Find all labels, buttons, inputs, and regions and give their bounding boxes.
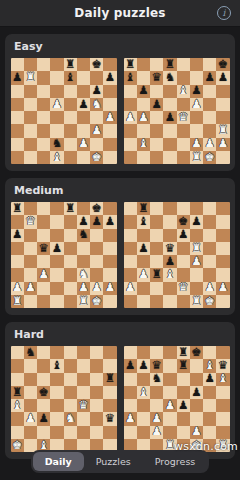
board-square [150,386,163,399]
board-square [64,373,77,386]
board-square: ♟ [203,138,216,151]
board-square [64,124,77,137]
board-square: ♜ [11,202,24,215]
board-square [150,138,163,151]
board-square: ♟ [124,111,137,124]
board-square: ♝ [216,373,229,386]
piece-black-pawn: ♟ [191,386,201,398]
board-square [103,346,116,359]
piece-black-knight: ♞ [165,72,175,84]
board-square [124,295,137,308]
board-square [216,215,229,228]
board-square: ♟ [103,71,116,84]
board-square [77,202,90,215]
piece-white-pawn: ♟ [25,413,35,425]
board-square [203,202,216,215]
chess-board-hard-2[interactable]: ♜♚♟♟♛♜♝♛♞♟♝♝♟♟♟♟♟♟♟♜♚♜ [124,346,230,452]
board-square: ♟ [203,282,216,295]
board-square [64,151,77,164]
board-square [24,151,37,164]
piece-white-bishop: ♝ [218,373,228,385]
board-square: ♝ [163,268,176,281]
info-icon: i [223,9,226,18]
piece-black-rook: ♜ [178,360,188,372]
board-square: ♟ [77,215,90,228]
piece-black-bishop: ♝ [65,72,75,84]
board-square: ♟ [177,229,190,242]
board-square [163,386,176,399]
board-square [37,124,50,137]
piece-white-pawn: ♟ [125,282,135,294]
board-square [11,255,24,268]
board-square [203,98,216,111]
board-square: ♟ [77,282,90,295]
board-square: ♟ [24,412,37,425]
chess-board-medium-2[interactable]: ♜♝♚♟♟♟♛♜♟♟♟♜♝♟♛♟♟♜♚ [124,202,230,308]
board-square [190,124,203,137]
board-square [177,151,190,164]
board-square: ♟ [203,373,216,386]
board-square [163,426,176,439]
board-square: ♟ [190,255,203,268]
board-square [190,373,203,386]
piece-black-knight: ♞ [78,229,88,241]
board-square: ♛ [24,215,37,228]
board-square [163,85,176,98]
board-square: ♜ [124,58,137,71]
board-square [216,98,229,111]
board-square: ♟ [124,412,137,425]
board-square [216,202,229,215]
board-square [190,282,203,295]
board-square [64,229,77,242]
piece-white-bishop: ♝ [138,386,148,398]
board-square [24,85,37,98]
board-square: ♟ [103,111,116,124]
board-square [190,111,203,124]
piece-white-pawn: ♟ [165,399,175,411]
board-square [163,215,176,228]
tab-progress[interactable]: Progress [143,452,208,472]
segmented-control: Daily Puzzles Progress [31,450,210,474]
board-square: ♝ [137,138,150,151]
board-square [24,98,37,111]
piece-black-pawn: ♟ [191,216,201,228]
board-square [103,98,116,111]
board-square [37,229,50,242]
board-square [37,282,50,295]
board-square: ♟ [190,85,203,98]
piece-black-pawn: ♟ [105,216,115,228]
board-square: ♝ [137,215,150,228]
board-square [216,242,229,255]
board-square [77,359,90,372]
piece-black-king: ♚ [218,58,228,70]
board-square [24,386,37,399]
piece-black-rook: ♜ [12,202,22,214]
board-square: ♚ [203,151,216,164]
board-square: ♟ [216,138,229,151]
board-square [124,151,137,164]
tab-puzzles[interactable]: Puzzles [84,452,143,472]
board-square [24,426,37,439]
board-square [163,202,176,215]
piece-white-knight: ♞ [91,98,101,110]
board-square [50,346,63,359]
board-square [24,124,37,137]
piece-black-rook: ♜ [105,373,115,385]
piece-white-pawn: ♟ [204,138,214,150]
board-square [163,412,176,425]
board-square: ♞ [150,373,163,386]
piece-black-rook: ♜ [165,58,175,70]
board-square [64,399,77,412]
board-square [50,399,63,412]
board-square: ♟ [77,98,90,111]
board-square: ♚ [190,346,203,359]
board-square: ♚ [37,386,50,399]
board-square [163,359,176,372]
board-square: ♝ [124,71,137,84]
board-square: ♝ [177,85,190,98]
piece-white-pawn: ♟ [191,255,201,267]
board-square: ♜ [177,359,190,372]
piece-white-rook: ♜ [218,125,228,137]
board-square: ♞ [77,268,90,281]
board-square [203,255,216,268]
board-square [50,412,63,425]
board-square [177,426,190,439]
board-square [103,399,116,412]
board-square: ♛ [77,399,90,412]
board-square [203,426,216,439]
board-square [77,346,90,359]
board-square [216,111,229,124]
board-square [124,399,137,412]
piece-black-rook: ♜ [178,346,188,358]
board-square: ♜ [150,268,163,281]
board-square [103,268,116,281]
board-square: ♟ [11,71,24,84]
piece-white-pawn: ♟ [191,138,201,150]
tab-daily[interactable]: Daily [33,452,84,472]
chess-board-easy-1[interactable]: ♜♚♟♜♝♟♟♟♟♞♟♟♞♟♝♚ [11,58,117,164]
board-square [190,399,203,412]
piece-white-bishop: ♝ [178,85,188,97]
board-square [50,85,63,98]
board-square [24,359,37,372]
board-square [50,386,63,399]
piece-black-pawn: ♟ [178,229,188,241]
board-square [64,346,77,359]
piece-black-bishop: ♝ [138,216,148,228]
board-square [77,111,90,124]
board-square [77,124,90,137]
board-square [11,346,24,359]
board-square [177,242,190,255]
board-square [90,268,103,281]
board-square [64,386,77,399]
piece-white-pawn: ♟ [78,138,88,150]
board-square [137,229,150,242]
board-square: ♞ [24,346,37,359]
board-square [163,229,176,242]
piece-black-pawn: ♟ [138,85,148,97]
piece-black-rook: ♜ [12,386,22,398]
board-square [24,58,37,71]
board-square [103,295,116,308]
board-square [163,282,176,295]
chess-board-easy-2[interactable]: ♜♜♚♝♛♞♟♟♟♝♟♟♟♟♟♟♛♜♝♟♟♟♜♚ [124,58,230,164]
board-square [11,124,24,137]
board-square [216,295,229,308]
board-square [203,58,216,71]
board-square: ♚ [90,295,103,308]
board-square [216,151,229,164]
piece-black-bishop: ♝ [52,360,62,372]
board-square [150,111,163,124]
chess-board-hard-1[interactable]: ♞♝♜♜♚♝♛♟♟♞♛♚♝ [11,346,117,452]
board-square: ♞ [50,138,63,151]
board-square [190,268,203,281]
board-square: ♜ [103,373,116,386]
piece-white-queen: ♛ [178,282,188,294]
board-square [137,282,150,295]
board-square: ♟ [150,98,163,111]
board-square: ♜ [77,295,90,308]
board-square [150,85,163,98]
section-label-hard: Hard [14,328,235,341]
board-square [11,58,24,71]
board-square [103,58,116,71]
board-square [150,346,163,359]
board-square: ♟ [137,111,150,124]
board-square [203,242,216,255]
board-square [124,242,137,255]
board-square: ♟ [90,124,103,137]
piece-white-pawn: ♟ [12,282,22,294]
boards-row-medium: ♜♜♚♛♟♟♟♟♞♛♟♟♞♟♟♟♟♟♜♜♚♜♝♚♟♟♟♛♜♟♟♟♜♝♟♛♟♟♜♚ [5,202,235,308]
piece-black-king: ♚ [91,58,101,70]
piece-white-queen: ♛ [178,111,188,123]
piece-white-pawn: ♟ [151,426,161,438]
board-square [11,98,24,111]
piece-white-pawn: ♟ [25,282,35,294]
board-square [50,71,63,84]
board-square: ♝ [203,359,216,372]
board-square [163,138,176,151]
board-square: ♛ [150,359,163,372]
board-square: ♟ [37,268,50,281]
board-square [11,268,24,281]
board-square [150,229,163,242]
piece-black-queen: ♛ [38,242,48,254]
section-label-medium: Medium [14,184,235,197]
board-square [124,202,137,215]
board-square [64,359,77,372]
board-square [216,386,229,399]
board-square [216,426,229,439]
board-square [150,124,163,137]
piece-white-rook: ♜ [78,295,88,307]
board-square: ♟ [216,71,229,84]
board-square [37,215,50,228]
board-square [203,268,216,281]
board-square [177,412,190,425]
page-title: Daily puzzles [74,6,165,20]
watermark: wsxdn.com [174,440,238,453]
header-bar: Daily puzzles i [0,0,240,27]
board-square [137,151,150,164]
board-square [216,412,229,425]
board-square [11,426,24,439]
piece-black-pawn: ♟ [165,111,175,123]
piece-black-pawn: ♟ [12,72,22,84]
board-square: ♟ [103,282,116,295]
board-square [77,386,90,399]
board-square [90,111,103,124]
board-square [150,215,163,228]
piece-black-pawn: ♟ [138,242,148,254]
board-square [137,98,150,111]
board-square [64,255,77,268]
board-square [150,282,163,295]
board-square: ♝ [11,399,24,412]
board-square [11,151,24,164]
board-square [103,124,116,137]
board-square [103,255,116,268]
board-square [177,71,190,84]
board-square [24,295,37,308]
piece-white-pawn: ♟ [125,413,135,425]
piece-white-queen: ♛ [78,399,88,411]
board-square [37,373,50,386]
piece-white-rook: ♜ [191,151,201,163]
board-square [216,85,229,98]
board-square [137,124,150,137]
board-square [50,58,63,71]
board-square [77,58,90,71]
piece-black-pawn: ♟ [191,85,201,97]
piece-black-king: ♚ [91,202,101,214]
board-square [150,242,163,255]
board-square [77,85,90,98]
board-square: ♝ [137,386,150,399]
board-square: ♚ [216,58,229,71]
piece-white-pawn: ♟ [78,282,88,294]
board-square [124,426,137,439]
bottom-tab-bar: Daily Puzzles Progress [0,450,240,474]
board-square [124,229,137,242]
board-square [11,359,24,372]
board-square: ♟ [50,242,63,255]
board-square [90,138,103,151]
board-square [163,346,176,359]
board-square [37,202,50,215]
board-square [37,98,50,111]
board-square [150,202,163,215]
piece-white-king: ♚ [91,151,101,163]
piece-black-rook: ♜ [65,58,75,70]
boards-row-hard: ♞♝♜♜♚♝♛♟♟♞♛♚♝♜♚♟♟♛♜♝♛♞♟♝♝♟♟♟♟♟♟♟♜♚♜ [5,346,235,452]
piece-black-queen: ♛ [151,72,161,84]
chess-board-medium-1[interactable]: ♜♜♚♛♟♟♟♟♞♛♟♟♞♟♟♟♟♟♜♜♚ [11,202,117,308]
board-square [150,58,163,71]
board-square [124,98,137,111]
board-square [190,229,203,242]
board-square: ♟ [177,399,190,412]
board-square: ♟ [203,71,216,84]
board-square: ♟ [37,412,50,425]
board-square [77,412,90,425]
board-square [64,242,77,255]
board-square [11,215,24,228]
board-square: ♜ [64,202,77,215]
piece-white-pawn: ♟ [52,98,62,110]
board-square [216,229,229,242]
board-square [50,202,63,215]
board-square: ♚ [90,202,103,215]
board-square [24,111,37,124]
board-square [50,124,63,137]
board-square [24,229,37,242]
board-square [37,426,50,439]
piece-white-bishop: ♝ [204,360,214,372]
board-square [163,98,176,111]
board-square [77,255,90,268]
board-square [124,138,137,151]
board-square [137,255,150,268]
board-square [103,151,116,164]
board-square: ♜ [163,58,176,71]
board-square [103,138,116,151]
info-button[interactable]: i [217,6,231,20]
board-square: ♟ [137,85,150,98]
board-square: ♟ [90,85,103,98]
piece-black-rook: ♜ [151,269,161,281]
board-square [37,255,50,268]
board-square [11,138,24,151]
board-square: ♟ [11,229,24,242]
board-square [203,215,216,228]
board-square [37,359,50,372]
board-square [103,229,116,242]
board-square [177,138,190,151]
board-square [64,98,77,111]
board-square [50,295,63,308]
board-square [50,255,63,268]
board-square: ♝ [50,151,63,164]
piece-black-rook: ♜ [138,202,148,214]
board-square: ♟ [90,282,103,295]
board-square: ♛ [37,242,50,255]
board-square [124,215,137,228]
piece-white-pawn: ♟ [105,111,115,123]
board-square [50,215,63,228]
piece-black-pawn: ♟ [204,72,214,84]
board-square [90,399,103,412]
piece-white-pawn: ♟ [125,111,135,123]
piece-white-pawn: ♟ [204,282,214,294]
board-square [103,359,116,372]
board-square [137,373,150,386]
board-square [124,386,137,399]
board-square [37,138,50,151]
board-square [150,151,163,164]
piece-white-pawn: ♟ [191,98,201,110]
board-square [137,295,150,308]
piece-black-pawn: ♟ [78,216,88,228]
